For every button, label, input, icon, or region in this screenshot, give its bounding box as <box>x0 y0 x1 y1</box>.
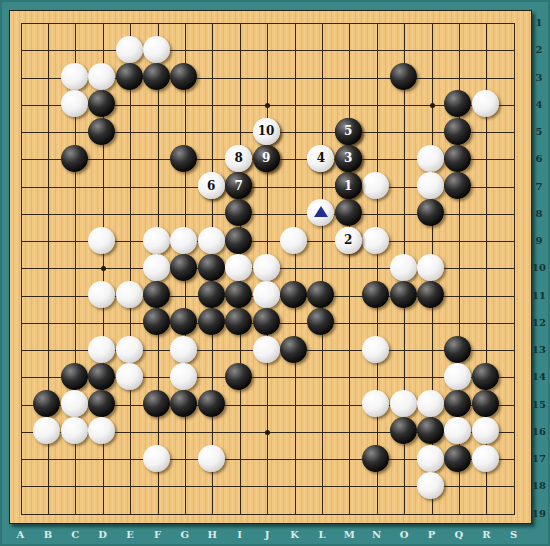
stone-white <box>362 172 389 199</box>
stone-white <box>417 445 444 472</box>
column-label: F <box>148 529 168 540</box>
column-label: G <box>175 529 195 540</box>
row-label: 10 <box>529 262 549 273</box>
stone-white <box>417 254 444 281</box>
stone-white <box>444 363 471 390</box>
column-label: L <box>312 529 332 540</box>
move-number-label: 2 <box>344 234 352 246</box>
column-label: O <box>394 529 414 540</box>
stone-white <box>253 336 280 363</box>
stone-white <box>61 390 88 417</box>
stone-black <box>280 336 307 363</box>
move-number-label: 1 <box>344 180 352 192</box>
stone-white <box>280 227 307 254</box>
stone-white <box>61 417 88 444</box>
stone-black <box>390 417 417 444</box>
move-number-label: 9 <box>262 152 270 164</box>
column-label: D <box>93 529 113 540</box>
row-label: 18 <box>529 480 549 491</box>
stone-white <box>417 172 444 199</box>
grid-line-vertical <box>322 23 323 515</box>
column-label: R <box>476 529 496 540</box>
column-label: K <box>285 529 305 540</box>
column-label: B <box>38 529 58 540</box>
star-point <box>101 266 106 271</box>
stone-black <box>472 363 499 390</box>
stone-white <box>143 254 170 281</box>
grid-line-vertical <box>377 23 378 515</box>
move-number-label: 8 <box>235 152 243 164</box>
stone-black <box>280 281 307 308</box>
stone-white <box>143 445 170 472</box>
stone-black <box>472 390 499 417</box>
row-label: 17 <box>529 453 549 464</box>
column-label: N <box>367 529 387 540</box>
numbered-stone-black: 7 <box>225 172 252 199</box>
stone-white <box>253 281 280 308</box>
stone-black <box>198 308 225 335</box>
numbered-stone-white: 2 <box>335 227 362 254</box>
stone-white <box>362 227 389 254</box>
numbered-stone-black: 5 <box>335 118 362 145</box>
numbered-stone-white: 8 <box>225 145 252 172</box>
stone-white <box>417 472 444 499</box>
move-number-label: 7 <box>235 180 243 192</box>
move-number-label: 10 <box>258 125 275 137</box>
numbered-stone-black: 9 <box>253 145 280 172</box>
column-label: S <box>504 529 524 540</box>
row-label: 16 <box>529 426 549 437</box>
stone-black <box>88 363 115 390</box>
stone-black <box>116 63 143 90</box>
triangle-marker <box>314 206 328 217</box>
stone-white <box>390 254 417 281</box>
stone-black <box>88 118 115 145</box>
stone-black <box>198 390 225 417</box>
column-label: I <box>230 529 250 540</box>
stone-white <box>225 254 252 281</box>
stone-black <box>61 145 88 172</box>
row-label: 5 <box>529 126 549 137</box>
stone-black <box>362 281 389 308</box>
stone-black <box>143 63 170 90</box>
column-label: H <box>202 529 222 540</box>
stone-white <box>143 36 170 63</box>
stone-black <box>444 118 471 145</box>
stone-white <box>88 336 115 363</box>
numbered-stone-white: 6 <box>198 172 225 199</box>
stone-white <box>116 36 143 63</box>
row-label: 8 <box>529 208 549 219</box>
row-label: 7 <box>529 181 549 192</box>
stone-black <box>198 281 225 308</box>
stone-white <box>170 227 197 254</box>
stone-white <box>362 336 389 363</box>
numbered-stone-black: 1 <box>335 172 362 199</box>
row-label: 12 <box>529 317 549 328</box>
grid-line-vertical <box>349 23 350 515</box>
row-label: 3 <box>529 72 549 83</box>
stone-black <box>225 227 252 254</box>
column-label: E <box>120 529 140 540</box>
stone-black <box>170 145 197 172</box>
stone-white <box>143 227 170 254</box>
stone-black <box>170 254 197 281</box>
stone-white <box>170 363 197 390</box>
row-label: 14 <box>529 371 549 382</box>
stone-white <box>116 281 143 308</box>
stone-white <box>61 63 88 90</box>
grid-line-vertical <box>514 23 515 515</box>
row-label: 11 <box>529 290 549 301</box>
stone-white <box>88 227 115 254</box>
star-point <box>265 103 270 108</box>
stone-black <box>88 390 115 417</box>
stone-black <box>225 281 252 308</box>
stone-white <box>253 254 280 281</box>
stone-white <box>88 281 115 308</box>
stone-white <box>472 90 499 117</box>
stone-black <box>444 445 471 472</box>
stone-black <box>362 445 389 472</box>
stone-black <box>444 336 471 363</box>
stone-white <box>116 363 143 390</box>
stone-black <box>225 363 252 390</box>
stone-white <box>472 417 499 444</box>
stone-black <box>390 63 417 90</box>
stone-black <box>198 254 225 281</box>
grid-line-vertical <box>295 23 296 515</box>
row-label: 9 <box>529 235 549 246</box>
stone-white <box>198 227 225 254</box>
row-label: 1 <box>529 17 549 28</box>
stone-white <box>88 63 115 90</box>
column-label: C <box>65 529 85 540</box>
stone-white <box>417 390 444 417</box>
stone-black <box>417 281 444 308</box>
row-label: 6 <box>529 153 549 164</box>
stone-white <box>198 445 225 472</box>
stone-white <box>417 145 444 172</box>
stone-black <box>444 145 471 172</box>
column-label: Q <box>449 529 469 540</box>
stone-black <box>143 390 170 417</box>
stone-white <box>116 336 143 363</box>
stone-white <box>170 336 197 363</box>
column-label: A <box>11 529 31 540</box>
numbered-stone-black: 3 <box>335 145 362 172</box>
row-label: 15 <box>529 399 549 410</box>
go-game-window: 12345678910ABCDEFGHIJKLMNOPQRS1234567891… <box>0 0 550 546</box>
stone-black <box>390 281 417 308</box>
stone-white <box>362 390 389 417</box>
move-number-label: 3 <box>344 152 352 164</box>
stone-white <box>472 445 499 472</box>
stone-black <box>143 281 170 308</box>
numbered-stone-white: 4 <box>307 145 334 172</box>
stone-white <box>390 390 417 417</box>
numbered-stone-white: 10 <box>253 118 280 145</box>
move-number-label: 4 <box>317 152 325 164</box>
move-number-label: 6 <box>207 180 215 192</box>
row-label: 2 <box>529 44 549 55</box>
row-label: 19 <box>529 508 549 519</box>
grid-line-horizontal <box>21 514 515 515</box>
star-point <box>265 430 270 435</box>
row-label: 13 <box>529 344 549 355</box>
stone-black <box>253 308 280 335</box>
stone-black <box>335 199 362 226</box>
column-label: P <box>422 529 442 540</box>
stone-black <box>61 363 88 390</box>
stone-white <box>61 90 88 117</box>
star-point <box>430 103 435 108</box>
move-number-label: 5 <box>344 125 352 137</box>
row-label: 4 <box>529 99 549 110</box>
column-label: M <box>339 529 359 540</box>
column-label: J <box>257 529 277 540</box>
